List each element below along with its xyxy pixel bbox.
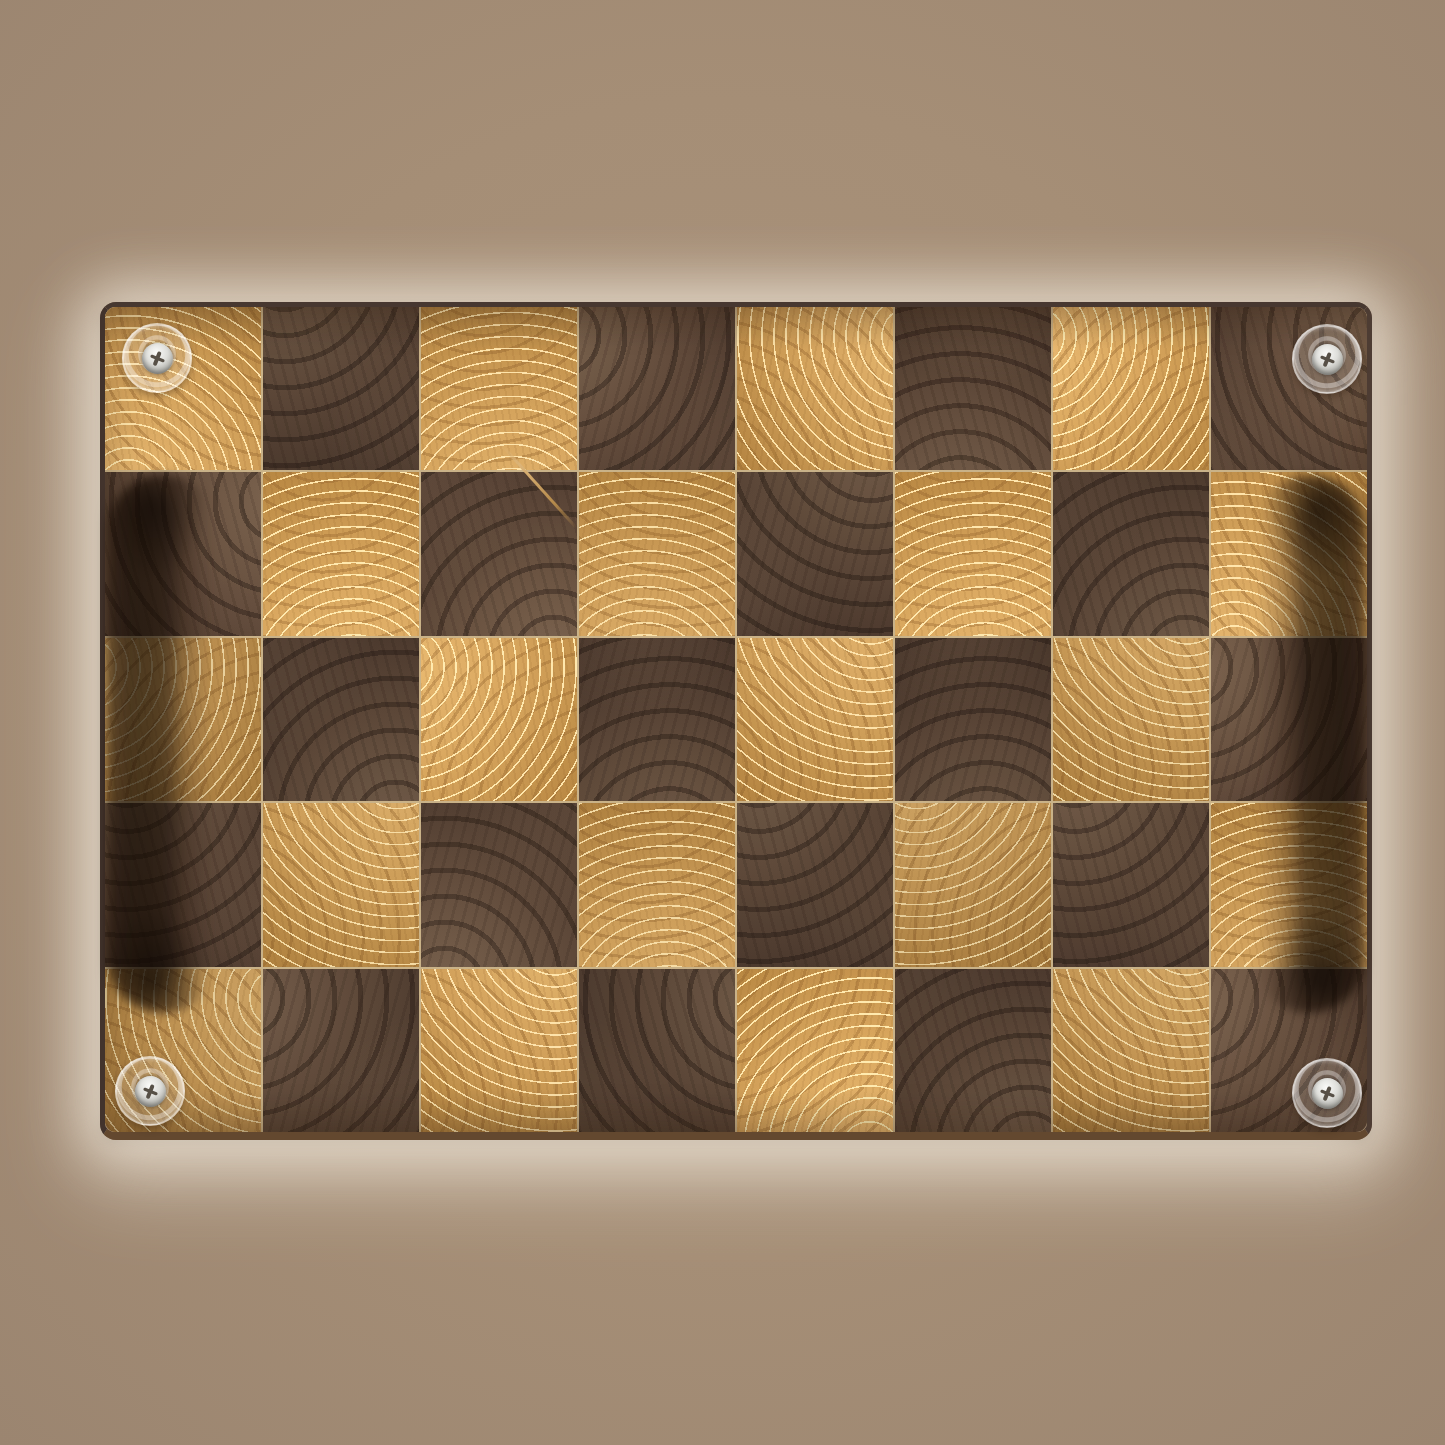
board-square-r4c5 <box>737 803 893 966</box>
board-square-r3c6 <box>895 638 1051 801</box>
screw-head <box>137 338 177 378</box>
board-square-r4c7 <box>1053 803 1209 966</box>
board-square-r3c7 <box>1053 638 1209 801</box>
board-square-r2c6 <box>895 472 1051 635</box>
rubber-foot-top-right <box>1292 324 1362 394</box>
board-square-r4c1 <box>105 803 261 966</box>
board-square-r5c7 <box>1053 969 1209 1132</box>
cutting-board <box>100 302 1372 1140</box>
board-square-r1c5 <box>737 307 893 470</box>
board-square-r4c2 <box>263 803 419 966</box>
board-square-r5c5 <box>737 969 893 1132</box>
board-square-r2c1 <box>105 472 261 635</box>
board-square-r5c3 <box>421 969 577 1132</box>
board-square-r3c3 <box>421 638 577 801</box>
board-square-r3c4 <box>579 638 735 801</box>
board-square-r2c8 <box>1211 472 1367 635</box>
board-square-r3c8 <box>1211 638 1367 801</box>
board-square-r4c3 <box>421 803 577 966</box>
board-square-r3c2 <box>263 638 419 801</box>
board-square-r1c4 <box>579 307 735 470</box>
board-square-r1c7 <box>1053 307 1209 470</box>
screw-head <box>1307 1073 1347 1113</box>
checkerboard-grid <box>105 307 1367 1132</box>
photo-background <box>0 0 1445 1445</box>
board-square-r2c2 <box>263 472 419 635</box>
board-square-r5c2 <box>263 969 419 1132</box>
board-square-r5c6 <box>895 969 1051 1132</box>
rubber-foot-bottom-left <box>115 1056 185 1126</box>
board-square-r2c5 <box>737 472 893 635</box>
board-square-r3c5 <box>737 638 893 801</box>
board-square-r2c7 <box>1053 472 1209 635</box>
board-square-r3c1 <box>105 638 261 801</box>
screw-head <box>130 1071 170 1111</box>
rubber-foot-bottom-right <box>1292 1058 1362 1128</box>
board-square-r2c4 <box>579 472 735 635</box>
board-square-r4c6 <box>895 803 1051 966</box>
board-square-r1c3 <box>421 307 577 470</box>
screw-head <box>1307 339 1347 379</box>
board-square-r5c4 <box>579 969 735 1132</box>
board-square-r4c4 <box>579 803 735 966</box>
board-square-r4c8 <box>1211 803 1367 966</box>
rubber-foot-top-left <box>122 323 192 393</box>
board-square-r1c1 <box>105 307 261 470</box>
board-square-r2c3 <box>421 472 577 635</box>
board-square-r1c2 <box>263 307 419 470</box>
board-square-r1c6 <box>895 307 1051 470</box>
